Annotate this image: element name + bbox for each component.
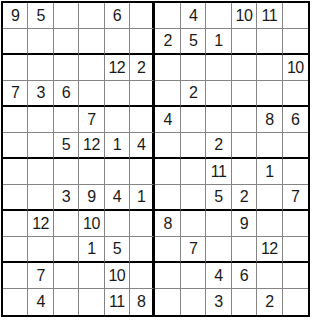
cell-r4c12-empty[interactable]	[283, 81, 308, 107]
cell-r4c7-empty[interactable]	[155, 81, 180, 107]
cell-r5c12-given: 6	[283, 107, 308, 133]
cell-r7c10-empty[interactable]	[232, 159, 257, 185]
cell-r6c6-given: 4	[130, 133, 155, 159]
cell-r3c8-empty[interactable]	[181, 55, 206, 81]
cell-r5c7-given: 4	[155, 107, 180, 133]
cell-r5c11-given: 8	[257, 107, 282, 133]
cell-r6c10-empty[interactable]	[232, 133, 257, 159]
cell-r11c8-empty[interactable]	[181, 263, 206, 289]
cell-r2c2-empty[interactable]	[28, 29, 53, 55]
cell-r1c8-given: 4	[181, 3, 206, 29]
cell-r6c9-given: 2	[206, 133, 231, 159]
cell-r4c4-empty[interactable]	[79, 81, 104, 107]
cell-r8c9-given: 5	[206, 185, 231, 211]
cell-r9c8-empty[interactable]	[181, 211, 206, 237]
cell-r1c4-empty[interactable]	[79, 3, 104, 29]
cell-r10c1-empty[interactable]	[3, 237, 28, 263]
cell-r9c9-empty[interactable]	[206, 211, 231, 237]
cell-r4c11-empty[interactable]	[257, 81, 282, 107]
cell-r6c4-given: 12	[79, 133, 104, 159]
cell-r7c3-empty[interactable]	[54, 159, 79, 185]
cell-r9c2-given: 12	[28, 211, 53, 237]
cell-r1c9-empty[interactable]	[206, 3, 231, 29]
cell-r5c4-given: 7	[79, 107, 104, 133]
cell-r4c2-given: 3	[28, 81, 53, 107]
cell-r7c11-given: 1	[257, 159, 282, 185]
cell-r7c4-empty[interactable]	[79, 159, 104, 185]
cell-r5c1-empty[interactable]	[3, 107, 28, 133]
cell-r5c3-empty[interactable]	[54, 107, 79, 133]
cell-r5c9-empty[interactable]	[206, 107, 231, 133]
cell-r10c11-given: 12	[257, 237, 282, 263]
cell-r2c11-empty[interactable]	[257, 29, 282, 55]
sudoku-page: 9564101125112210736274865121421113941527…	[0, 0, 312, 320]
cell-r5c10-empty[interactable]	[232, 107, 257, 133]
cell-r4c8-given: 2	[181, 81, 206, 107]
cell-r3c2-empty[interactable]	[28, 55, 53, 81]
cell-r1c6-empty[interactable]	[130, 3, 155, 29]
cell-r6c3-given: 5	[54, 133, 79, 159]
cell-r4c3-given: 6	[54, 81, 79, 107]
cell-r10c7-empty[interactable]	[155, 237, 180, 263]
cell-r9c12-empty[interactable]	[283, 211, 308, 237]
cell-r2c10-empty[interactable]	[232, 29, 257, 55]
cell-r5c2-empty[interactable]	[28, 107, 53, 133]
cell-r8c5-given: 4	[105, 185, 130, 211]
cell-r6c7-empty[interactable]	[155, 133, 180, 159]
cell-r11c6-empty[interactable]	[130, 263, 155, 289]
cell-r1c11-given: 11	[257, 3, 282, 29]
cell-r8c10-given: 2	[232, 185, 257, 211]
cell-r4c10-empty[interactable]	[232, 81, 257, 107]
cell-r12c1-empty[interactable]	[3, 289, 28, 315]
cell-r4c6-empty[interactable]	[130, 81, 155, 107]
cell-r1c12-empty[interactable]	[283, 3, 308, 29]
cell-r9c1-empty[interactable]	[3, 211, 28, 237]
cell-r10c5-given: 5	[105, 237, 130, 263]
cell-r12c2-given: 4	[28, 289, 53, 315]
cell-r7c9-given: 11	[206, 159, 231, 185]
cell-r1c2-given: 5	[28, 3, 53, 29]
cell-r3c10-empty[interactable]	[232, 55, 257, 81]
cell-r10c2-empty[interactable]	[28, 237, 53, 263]
cell-r11c7-empty[interactable]	[155, 263, 180, 289]
cell-r11c2-given: 7	[28, 263, 53, 289]
cell-r7c12-empty[interactable]	[283, 159, 308, 185]
cell-r11c9-given: 4	[206, 263, 231, 289]
cell-r11c12-empty[interactable]	[283, 263, 308, 289]
cell-r10c8-given: 7	[181, 237, 206, 263]
cell-r11c4-empty[interactable]	[79, 263, 104, 289]
cell-r1c7-empty[interactable]	[155, 3, 180, 29]
cell-r8c2-empty[interactable]	[28, 185, 53, 211]
cell-r6c12-empty[interactable]	[283, 133, 308, 159]
cell-r12c10-empty[interactable]	[232, 289, 257, 315]
cell-r6c1-empty[interactable]	[3, 133, 28, 159]
cell-r7c7-empty[interactable]	[155, 159, 180, 185]
cell-r2c9-given: 1	[206, 29, 231, 55]
cell-r12c5-given: 11	[105, 289, 130, 315]
cell-r8c12-given: 7	[283, 185, 308, 211]
cell-r7c8-empty[interactable]	[181, 159, 206, 185]
cell-r12c12-empty[interactable]	[283, 289, 308, 315]
cell-r12c4-empty[interactable]	[79, 289, 104, 315]
cell-r2c3-empty[interactable]	[54, 29, 79, 55]
sudoku-board: 9564101125112210736274865121421113941527…	[1, 1, 310, 317]
cell-r12c8-empty[interactable]	[181, 289, 206, 315]
cell-r3c3-empty[interactable]	[54, 55, 79, 81]
cell-r11c11-empty[interactable]	[257, 263, 282, 289]
cell-r5c8-empty[interactable]	[181, 107, 206, 133]
cell-r7c1-empty[interactable]	[3, 159, 28, 185]
cell-r6c5-given: 1	[105, 133, 130, 159]
cell-r3c5-given: 12	[105, 55, 130, 81]
cell-r8c3-given: 3	[54, 185, 79, 211]
cell-r8c7-empty[interactable]	[155, 185, 180, 211]
cell-r2c1-empty[interactable]	[3, 29, 28, 55]
cell-r9c10-given: 9	[232, 211, 257, 237]
cell-r1c10-given: 10	[232, 3, 257, 29]
cell-r9c5-empty[interactable]	[105, 211, 130, 237]
cell-r4c5-empty[interactable]	[105, 81, 130, 107]
cell-r7c6-empty[interactable]	[130, 159, 155, 185]
cell-r9c3-empty[interactable]	[54, 211, 79, 237]
cell-r12c6-given: 8	[130, 289, 155, 315]
cell-r5c5-empty[interactable]	[105, 107, 130, 133]
cell-r6c2-empty[interactable]	[28, 133, 53, 159]
cell-r9c4-given: 10	[79, 211, 104, 237]
cell-r12c3-empty[interactable]	[54, 289, 79, 315]
cell-r12c11-given: 2	[257, 289, 282, 315]
cell-r11c1-empty[interactable]	[3, 263, 28, 289]
cell-r8c6-given: 1	[130, 185, 155, 211]
cell-r3c7-empty[interactable]	[155, 55, 180, 81]
cell-r10c10-empty[interactable]	[232, 237, 257, 263]
cell-r9c11-empty[interactable]	[257, 211, 282, 237]
cell-r2c7-given: 2	[155, 29, 180, 55]
cell-r2c5-empty[interactable]	[105, 29, 130, 55]
cell-r3c9-empty[interactable]	[206, 55, 231, 81]
cell-r6c8-empty[interactable]	[181, 133, 206, 159]
cell-r10c4-given: 1	[79, 237, 104, 263]
cell-r1c1-given: 9	[3, 3, 28, 29]
cell-r2c6-empty[interactable]	[130, 29, 155, 55]
cell-r8c11-empty[interactable]	[257, 185, 282, 211]
cell-r11c5-given: 10	[105, 263, 130, 289]
cell-r3c11-empty[interactable]	[257, 55, 282, 81]
cell-r4c1-given: 7	[3, 81, 28, 107]
cell-r12c9-given: 3	[206, 289, 231, 315]
cell-r1c5-given: 6	[105, 3, 130, 29]
cell-r1c3-empty[interactable]	[54, 3, 79, 29]
cell-r4c9-empty[interactable]	[206, 81, 231, 107]
cell-r7c2-empty[interactable]	[28, 159, 53, 185]
cell-r7c5-empty[interactable]	[105, 159, 130, 185]
cell-r3c12-given: 10	[283, 55, 308, 81]
cell-r10c9-empty[interactable]	[206, 237, 231, 263]
cell-r2c4-empty[interactable]	[79, 29, 104, 55]
cell-r8c1-empty[interactable]	[3, 185, 28, 211]
cell-r10c6-empty[interactable]	[130, 237, 155, 263]
cell-r11c10-given: 6	[232, 263, 257, 289]
cell-r8c4-given: 9	[79, 185, 104, 211]
cell-r9c7-given: 8	[155, 211, 180, 237]
cell-r10c3-empty[interactable]	[54, 237, 79, 263]
cell-r6c11-empty[interactable]	[257, 133, 282, 159]
cell-r3c4-empty[interactable]	[79, 55, 104, 81]
cell-r8c8-empty[interactable]	[181, 185, 206, 211]
cell-r12c7-empty[interactable]	[155, 289, 180, 315]
cell-r2c12-empty[interactable]	[283, 29, 308, 55]
cell-r5c6-empty[interactable]	[130, 107, 155, 133]
cell-r3c6-given: 2	[130, 55, 155, 81]
cell-r11c3-empty[interactable]	[54, 263, 79, 289]
cell-r10c12-empty[interactable]	[283, 237, 308, 263]
cell-r2c8-given: 5	[181, 29, 206, 55]
cell-r3c1-empty[interactable]	[3, 55, 28, 81]
cell-r9c6-empty[interactable]	[130, 211, 155, 237]
